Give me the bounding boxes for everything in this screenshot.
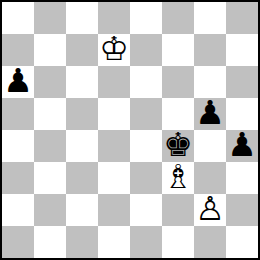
square-g8[interactable] — [194, 2, 226, 34]
white-bishop[interactable]: ♗ — [163, 161, 193, 193]
square-h4[interactable]: ♟ — [226, 130, 258, 162]
square-a8[interactable] — [2, 2, 34, 34]
square-g7[interactable] — [194, 34, 226, 66]
square-a5[interactable] — [2, 98, 34, 130]
square-b7[interactable] — [34, 34, 66, 66]
square-f1[interactable] — [162, 226, 194, 258]
chess-board-frame: ♔♟♟♚♟♗♙ — [0, 0, 260, 260]
square-c6[interactable] — [66, 66, 98, 98]
square-e8[interactable] — [130, 2, 162, 34]
black-pawn[interactable]: ♟ — [195, 97, 225, 129]
square-c8[interactable] — [66, 2, 98, 34]
square-h7[interactable] — [226, 34, 258, 66]
square-h2[interactable] — [226, 194, 258, 226]
square-e7[interactable] — [130, 34, 162, 66]
square-e4[interactable] — [130, 130, 162, 162]
square-a3[interactable] — [2, 162, 34, 194]
square-a2[interactable] — [2, 194, 34, 226]
square-b3[interactable] — [34, 162, 66, 194]
square-c2[interactable] — [66, 194, 98, 226]
square-f2[interactable] — [162, 194, 194, 226]
square-c7[interactable] — [66, 34, 98, 66]
square-e2[interactable] — [130, 194, 162, 226]
square-c1[interactable] — [66, 226, 98, 258]
square-h1[interactable] — [226, 226, 258, 258]
square-c3[interactable] — [66, 162, 98, 194]
square-d4[interactable] — [98, 130, 130, 162]
square-g5[interactable]: ♟ — [194, 98, 226, 130]
square-b1[interactable] — [34, 226, 66, 258]
square-d6[interactable] — [98, 66, 130, 98]
square-g1[interactable] — [194, 226, 226, 258]
black-pawn[interactable]: ♟ — [227, 129, 257, 161]
square-b6[interactable] — [34, 66, 66, 98]
square-d3[interactable] — [98, 162, 130, 194]
square-h6[interactable] — [226, 66, 258, 98]
square-b8[interactable] — [34, 2, 66, 34]
square-d7[interactable]: ♔ — [98, 34, 130, 66]
square-c4[interactable] — [66, 130, 98, 162]
square-e5[interactable] — [130, 98, 162, 130]
square-f6[interactable] — [162, 66, 194, 98]
square-g2[interactable]: ♙ — [194, 194, 226, 226]
square-f8[interactable] — [162, 2, 194, 34]
square-h3[interactable] — [226, 162, 258, 194]
square-b2[interactable] — [34, 194, 66, 226]
white-king[interactable]: ♔ — [99, 33, 129, 65]
square-f3[interactable]: ♗ — [162, 162, 194, 194]
square-e1[interactable] — [130, 226, 162, 258]
square-g4[interactable] — [194, 130, 226, 162]
chess-board: ♔♟♟♚♟♗♙ — [2, 2, 258, 258]
square-d5[interactable] — [98, 98, 130, 130]
square-a4[interactable] — [2, 130, 34, 162]
square-a1[interactable] — [2, 226, 34, 258]
square-h8[interactable] — [226, 2, 258, 34]
white-pawn[interactable]: ♙ — [195, 193, 225, 225]
square-d1[interactable] — [98, 226, 130, 258]
square-b5[interactable] — [34, 98, 66, 130]
square-e6[interactable] — [130, 66, 162, 98]
square-e3[interactable] — [130, 162, 162, 194]
square-f7[interactable] — [162, 34, 194, 66]
square-d2[interactable] — [98, 194, 130, 226]
black-pawn[interactable]: ♟ — [3, 65, 33, 97]
square-b4[interactable] — [34, 130, 66, 162]
square-a6[interactable]: ♟ — [2, 66, 34, 98]
square-c5[interactable] — [66, 98, 98, 130]
